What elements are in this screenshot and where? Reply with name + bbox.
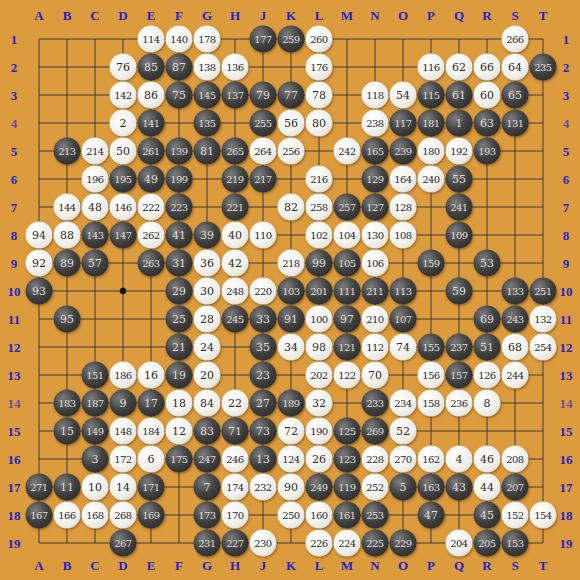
stone-L2-move-176: 176 bbox=[306, 54, 333, 81]
col-label-bottom-B: B bbox=[63, 559, 72, 572]
move-number: 184 bbox=[142, 426, 159, 436]
move-number: 34 bbox=[284, 342, 298, 353]
stone-N10-move-211: 211 bbox=[362, 278, 389, 305]
move-number: 265 bbox=[226, 146, 243, 156]
move-number: 238 bbox=[366, 118, 383, 128]
stone-S1-move-266: 266 bbox=[502, 26, 529, 53]
stone-A9-move-92: 92 bbox=[26, 250, 53, 277]
stone-C14-move-187: 187 bbox=[82, 390, 109, 417]
move-number: 155 bbox=[422, 342, 439, 352]
stone-J5-move-264: 264 bbox=[250, 138, 277, 165]
move-number: 117 bbox=[394, 118, 411, 128]
stone-N4-move-238: 238 bbox=[362, 110, 389, 137]
stone-D14-move-9: 9 bbox=[110, 390, 137, 417]
stone-K1-move-259: 259 bbox=[278, 26, 305, 53]
stone-O17-move-5: 5 bbox=[390, 474, 417, 501]
move-number: 108 bbox=[394, 230, 411, 240]
stone-H16-move-246: 246 bbox=[222, 446, 249, 473]
stone-F10-move-29: 29 bbox=[166, 278, 193, 305]
move-number: 162 bbox=[422, 454, 439, 464]
move-number: 73 bbox=[256, 426, 270, 437]
stone-L15-move-190: 190 bbox=[306, 418, 333, 445]
stone-J16-move-13: 13 bbox=[250, 446, 277, 473]
stone-N12-move-112: 112 bbox=[362, 334, 389, 361]
move-number: 269 bbox=[366, 426, 383, 436]
row-label-left-16: 16 bbox=[8, 453, 21, 466]
move-number: 40 bbox=[228, 230, 242, 241]
move-number: 266 bbox=[506, 34, 523, 44]
move-number: 202 bbox=[310, 370, 327, 380]
move-number: 46 bbox=[480, 454, 494, 465]
move-number: 15 bbox=[60, 426, 74, 437]
col-label-bottom-F: F bbox=[175, 559, 183, 572]
stone-Q3-move-61: 61 bbox=[446, 82, 473, 109]
stone-Q17-move-43: 43 bbox=[446, 474, 473, 501]
stone-M16-move-123: 123 bbox=[334, 446, 361, 473]
stone-M15-move-125: 125 bbox=[334, 418, 361, 445]
move-number: 219 bbox=[226, 174, 243, 184]
move-number: 13 bbox=[256, 454, 270, 465]
stone-O11-move-107: 107 bbox=[390, 306, 417, 333]
stone-D6-move-195: 195 bbox=[110, 166, 137, 193]
stone-G13-move-20: 20 bbox=[194, 362, 221, 389]
stone-G5-move-81: 81 bbox=[194, 138, 221, 165]
row-label-left-7: 7 bbox=[11, 201, 18, 214]
move-number: 152 bbox=[506, 510, 523, 520]
stone-M13-move-122: 122 bbox=[334, 362, 361, 389]
move-number: 217 bbox=[254, 174, 271, 184]
stone-D5-move-50: 50 bbox=[110, 138, 137, 165]
move-number: 82 bbox=[284, 202, 298, 213]
move-number: 208 bbox=[506, 454, 523, 464]
stone-D3-move-142: 142 bbox=[110, 82, 137, 109]
row-label-right-18: 18 bbox=[560, 509, 573, 522]
move-number: 143 bbox=[86, 230, 103, 240]
stone-G3-move-145: 145 bbox=[194, 82, 221, 109]
move-number: 218 bbox=[282, 258, 299, 268]
stone-L16-move-26: 26 bbox=[306, 446, 333, 473]
stone-D4-move-2: 2 bbox=[110, 110, 137, 137]
move-number: 60 bbox=[480, 90, 494, 101]
stone-S3-move-65: 65 bbox=[502, 82, 529, 109]
move-number: 41 bbox=[172, 230, 186, 241]
col-label-top-O: O bbox=[398, 9, 408, 22]
stone-Q4-move-1: 1 bbox=[446, 110, 473, 137]
stone-O8-move-108: 108 bbox=[390, 222, 417, 249]
move-number: 271 bbox=[30, 482, 47, 492]
go-board: AABBCCDDEEFFGGHHJJKKLLMMNNOOPPQQRRSSTT11… bbox=[0, 0, 580, 580]
row-label-right-6: 6 bbox=[563, 173, 570, 186]
move-number: 53 bbox=[480, 258, 494, 269]
move-number: 131 bbox=[506, 118, 523, 128]
move-number: 142 bbox=[114, 90, 131, 100]
move-number: 193 bbox=[478, 146, 495, 156]
stone-E1-move-114: 114 bbox=[138, 26, 165, 53]
stone-K18-move-250: 250 bbox=[278, 502, 305, 529]
move-number: 81 bbox=[200, 146, 214, 157]
col-label-top-N: N bbox=[370, 9, 379, 22]
move-number: 76 bbox=[116, 62, 130, 73]
row-label-right-10: 10 bbox=[560, 285, 573, 298]
move-number: 166 bbox=[58, 510, 75, 520]
move-number: 6 bbox=[148, 454, 155, 465]
move-number: 103 bbox=[282, 286, 299, 296]
move-number: 92 bbox=[32, 258, 46, 269]
stone-F5-move-139: 139 bbox=[166, 138, 193, 165]
stone-J4-move-255: 255 bbox=[250, 110, 277, 137]
move-number: 86 bbox=[144, 90, 158, 101]
stone-K14-move-189: 189 bbox=[278, 390, 305, 417]
stone-L18-move-160: 160 bbox=[306, 502, 333, 529]
stone-P17-move-163: 163 bbox=[418, 474, 445, 501]
move-number: 63 bbox=[480, 118, 494, 129]
move-number: 248 bbox=[226, 286, 243, 296]
stone-S12-move-68: 68 bbox=[502, 334, 529, 361]
stone-H19-move-227: 227 bbox=[222, 530, 249, 557]
stone-N15-move-269: 269 bbox=[362, 418, 389, 445]
stone-S11-move-243: 243 bbox=[502, 306, 529, 333]
move-number: 177 bbox=[254, 34, 271, 44]
stone-J12-move-35: 35 bbox=[250, 334, 277, 361]
move-number: 249 bbox=[310, 482, 327, 492]
move-number: 201 bbox=[310, 286, 327, 296]
move-number: 247 bbox=[198, 454, 215, 464]
row-label-right-14: 14 bbox=[560, 397, 573, 410]
col-label-bottom-L: L bbox=[315, 559, 324, 572]
move-number: 39 bbox=[200, 230, 214, 241]
stone-F15-move-12: 12 bbox=[166, 418, 193, 445]
stone-D17-move-14: 14 bbox=[110, 474, 137, 501]
stone-G14-move-84: 84 bbox=[194, 390, 221, 417]
stone-N16-move-228: 228 bbox=[362, 446, 389, 473]
row-label-left-2: 2 bbox=[11, 61, 18, 74]
stone-R16-move-46: 46 bbox=[474, 446, 501, 473]
move-number: 260 bbox=[310, 34, 327, 44]
move-number: 146 bbox=[114, 202, 131, 212]
move-number: 16 bbox=[144, 370, 158, 381]
move-number: 174 bbox=[226, 482, 243, 492]
move-number: 163 bbox=[422, 482, 439, 492]
stone-C8-move-143: 143 bbox=[82, 222, 109, 249]
stone-T2-move-235: 235 bbox=[530, 54, 557, 81]
stone-R13-move-126: 126 bbox=[474, 362, 501, 389]
stone-M7-move-257: 257 bbox=[334, 194, 361, 221]
stone-N9-move-106: 106 bbox=[362, 250, 389, 277]
stone-N19-move-225: 225 bbox=[362, 530, 389, 557]
stone-O14-move-234: 234 bbox=[390, 390, 417, 417]
move-number: 59 bbox=[452, 286, 466, 297]
stone-N11-move-210: 210 bbox=[362, 306, 389, 333]
stone-L11-move-100: 100 bbox=[306, 306, 333, 333]
stone-M18-move-161: 161 bbox=[334, 502, 361, 529]
move-number: 115 bbox=[422, 90, 439, 100]
stone-N3-move-118: 118 bbox=[362, 82, 389, 109]
stone-G18-move-173: 173 bbox=[194, 502, 221, 529]
stone-O3-move-54: 54 bbox=[390, 82, 417, 109]
stone-H6-move-219: 219 bbox=[222, 166, 249, 193]
stone-K11-move-91: 91 bbox=[278, 306, 305, 333]
move-number: 153 bbox=[506, 538, 523, 548]
stone-T10-move-251: 251 bbox=[530, 278, 557, 305]
row-label-left-9: 9 bbox=[11, 257, 18, 270]
move-number: 119 bbox=[338, 482, 355, 492]
row-label-left-13: 13 bbox=[8, 369, 21, 382]
stone-R9-move-53: 53 bbox=[474, 250, 501, 277]
move-number: 213 bbox=[58, 146, 75, 156]
move-number: 30 bbox=[200, 286, 214, 297]
move-number: 211 bbox=[366, 286, 383, 296]
move-number: 130 bbox=[366, 230, 383, 240]
col-label-top-B: B bbox=[63, 9, 72, 22]
row-label-left-3: 3 bbox=[11, 89, 18, 102]
move-number: 189 bbox=[282, 398, 299, 408]
move-number: 7 bbox=[204, 482, 211, 493]
stone-M19-move-224: 224 bbox=[334, 530, 361, 557]
move-number: 5 bbox=[400, 482, 407, 493]
move-number: 54 bbox=[396, 90, 410, 101]
stone-N8-move-130: 130 bbox=[362, 222, 389, 249]
stone-O19-move-229: 229 bbox=[390, 530, 417, 557]
stone-F14-move-18: 18 bbox=[166, 390, 193, 417]
move-number: 1 bbox=[456, 118, 463, 129]
move-number: 56 bbox=[284, 118, 298, 129]
stone-D16-move-172: 172 bbox=[110, 446, 137, 473]
col-label-top-M: M bbox=[341, 9, 353, 22]
move-number: 112 bbox=[366, 342, 383, 352]
move-number: 214 bbox=[86, 146, 103, 156]
row-label-right-8: 8 bbox=[563, 229, 570, 242]
move-number: 236 bbox=[450, 398, 467, 408]
stone-K16-move-124: 124 bbox=[278, 446, 305, 473]
move-number: 190 bbox=[310, 426, 327, 436]
move-number: 14 bbox=[116, 482, 130, 493]
row-label-left-19: 19 bbox=[8, 537, 21, 550]
col-label-bottom-H: H bbox=[230, 559, 240, 572]
stone-N17-move-252: 252 bbox=[362, 474, 389, 501]
move-number: 100 bbox=[310, 314, 327, 324]
stone-M11-move-97: 97 bbox=[334, 306, 361, 333]
move-number: 226 bbox=[310, 538, 327, 548]
stone-D8-move-147: 147 bbox=[110, 222, 137, 249]
stone-R11-move-69: 69 bbox=[474, 306, 501, 333]
move-number: 12 bbox=[172, 426, 186, 437]
stone-G4-move-135: 135 bbox=[194, 110, 221, 137]
move-number: 50 bbox=[116, 146, 130, 157]
stone-L1-move-260: 260 bbox=[306, 26, 333, 53]
stone-C13-move-151: 151 bbox=[82, 362, 109, 389]
move-number: 224 bbox=[338, 538, 355, 548]
move-number: 176 bbox=[310, 62, 327, 72]
move-number: 245 bbox=[226, 314, 243, 324]
stone-J19-move-230: 230 bbox=[250, 530, 277, 557]
row-label-left-6: 6 bbox=[11, 173, 18, 186]
move-number: 68 bbox=[508, 342, 522, 353]
stone-P6-move-240: 240 bbox=[418, 166, 445, 193]
col-label-top-G: G bbox=[202, 9, 212, 22]
stone-H10-move-248: 248 bbox=[222, 278, 249, 305]
move-number: 116 bbox=[422, 62, 439, 72]
stone-Q19-move-204: 204 bbox=[446, 530, 473, 557]
stone-G11-move-28: 28 bbox=[194, 306, 221, 333]
stone-S18-move-152: 152 bbox=[502, 502, 529, 529]
row-label-right-12: 12 bbox=[560, 341, 573, 354]
move-number: 75 bbox=[172, 90, 186, 101]
move-number: 109 bbox=[450, 230, 467, 240]
stone-N14-move-233: 233 bbox=[362, 390, 389, 417]
stone-E15-move-184: 184 bbox=[138, 418, 165, 445]
stone-H7-move-221: 221 bbox=[222, 194, 249, 221]
stone-F6-move-199: 199 bbox=[166, 166, 193, 193]
move-number: 232 bbox=[254, 482, 271, 492]
move-number: 144 bbox=[58, 202, 75, 212]
move-number: 158 bbox=[422, 398, 439, 408]
move-number: 270 bbox=[394, 454, 411, 464]
move-number: 173 bbox=[198, 510, 215, 520]
move-number: 9 bbox=[120, 398, 127, 409]
stone-R17-move-44: 44 bbox=[474, 474, 501, 501]
stone-J6-move-217: 217 bbox=[250, 166, 277, 193]
stone-F9-move-31: 31 bbox=[166, 250, 193, 277]
stone-B7-move-144: 144 bbox=[54, 194, 81, 221]
move-number: 128 bbox=[394, 202, 411, 212]
row-label-left-4: 4 bbox=[11, 117, 18, 130]
stone-Q5-move-192: 192 bbox=[446, 138, 473, 165]
move-number: 20 bbox=[200, 370, 214, 381]
move-number: 262 bbox=[142, 230, 159, 240]
move-number: 31 bbox=[172, 258, 186, 269]
move-number: 17 bbox=[144, 398, 158, 409]
stone-L3-move-78: 78 bbox=[306, 82, 333, 109]
move-number: 132 bbox=[534, 314, 551, 324]
move-number: 165 bbox=[366, 146, 383, 156]
col-label-bottom-E: E bbox=[147, 559, 156, 572]
stone-L17-move-249: 249 bbox=[306, 474, 333, 501]
stone-M12-move-121: 121 bbox=[334, 334, 361, 361]
stone-G15-move-83: 83 bbox=[194, 418, 221, 445]
stone-H2-move-136: 136 bbox=[222, 54, 249, 81]
move-number: 91 bbox=[284, 314, 298, 325]
move-number: 79 bbox=[256, 90, 270, 101]
stone-R5-move-193: 193 bbox=[474, 138, 501, 165]
stone-C16-move-3: 3 bbox=[82, 446, 109, 473]
move-number: 123 bbox=[338, 454, 355, 464]
stone-C7-move-48: 48 bbox=[82, 194, 109, 221]
stone-E18-move-169: 169 bbox=[138, 502, 165, 529]
row-label-left-18: 18 bbox=[8, 509, 21, 522]
stone-E4-move-141: 141 bbox=[138, 110, 165, 137]
move-number: 74 bbox=[396, 342, 410, 353]
move-number: 220 bbox=[254, 286, 271, 296]
move-number: 106 bbox=[366, 258, 383, 268]
stone-H18-move-170: 170 bbox=[222, 502, 249, 529]
row-label-right-15: 15 bbox=[560, 425, 573, 438]
move-number: 222 bbox=[142, 202, 159, 212]
stone-S16-move-208: 208 bbox=[502, 446, 529, 473]
col-label-top-S: S bbox=[511, 9, 518, 22]
stone-G10-move-30: 30 bbox=[194, 278, 221, 305]
col-label-bottom-N: N bbox=[370, 559, 379, 572]
move-number: 186 bbox=[114, 370, 131, 380]
stone-D2-move-76: 76 bbox=[110, 54, 137, 81]
stone-P2-move-116: 116 bbox=[418, 54, 445, 81]
col-label-bottom-S: S bbox=[511, 559, 518, 572]
col-label-bottom-C: C bbox=[90, 559, 99, 572]
stone-P3-move-115: 115 bbox=[418, 82, 445, 109]
move-number: 135 bbox=[198, 118, 215, 128]
move-number: 145 bbox=[198, 90, 215, 100]
move-number: 195 bbox=[114, 174, 131, 184]
stone-L6-move-216: 216 bbox=[306, 166, 333, 193]
col-label-bottom-A: A bbox=[34, 559, 43, 572]
move-number: 168 bbox=[86, 510, 103, 520]
move-number: 228 bbox=[366, 454, 383, 464]
move-number: 94 bbox=[32, 230, 46, 241]
move-number: 256 bbox=[282, 146, 299, 156]
stone-Q10-move-59: 59 bbox=[446, 278, 473, 305]
move-number: 235 bbox=[534, 62, 551, 72]
col-label-top-D: D bbox=[118, 9, 127, 22]
stone-S17-move-207: 207 bbox=[502, 474, 529, 501]
col-label-bottom-R: R bbox=[482, 559, 491, 572]
stone-F8-move-41: 41 bbox=[166, 222, 193, 249]
stone-L4-move-80: 80 bbox=[306, 110, 333, 137]
move-number: 8 bbox=[484, 398, 491, 409]
move-number: 47 bbox=[424, 510, 438, 521]
stone-T12-move-254: 254 bbox=[530, 334, 557, 361]
stone-P13-move-156: 156 bbox=[418, 362, 445, 389]
stone-H14-move-22: 22 bbox=[222, 390, 249, 417]
move-number: 118 bbox=[366, 90, 383, 100]
stone-F16-move-175: 175 bbox=[166, 446, 193, 473]
move-number: 268 bbox=[114, 510, 131, 520]
move-number: 225 bbox=[366, 538, 383, 548]
move-number: 141 bbox=[142, 118, 159, 128]
stone-J8-move-110: 110 bbox=[250, 222, 277, 249]
col-label-top-R: R bbox=[482, 9, 491, 22]
stone-J3-move-79: 79 bbox=[250, 82, 277, 109]
move-number: 133 bbox=[506, 286, 523, 296]
stone-F1-move-140: 140 bbox=[166, 26, 193, 53]
move-number: 210 bbox=[366, 314, 383, 324]
row-label-right-4: 4 bbox=[563, 117, 570, 130]
stone-O16-move-270: 270 bbox=[390, 446, 417, 473]
move-number: 154 bbox=[534, 510, 551, 520]
move-number: 48 bbox=[88, 202, 102, 213]
move-number: 64 bbox=[508, 62, 522, 73]
stone-L10-move-201: 201 bbox=[306, 278, 333, 305]
row-label-left-17: 17 bbox=[8, 481, 21, 494]
stone-Q8-move-109: 109 bbox=[446, 222, 473, 249]
stone-E9-move-263: 263 bbox=[138, 250, 165, 277]
move-number: 85 bbox=[144, 62, 158, 73]
move-number: 21 bbox=[172, 342, 186, 353]
stone-G2-move-138: 138 bbox=[194, 54, 221, 81]
stone-H17-move-174: 174 bbox=[222, 474, 249, 501]
move-number: 80 bbox=[312, 118, 326, 129]
stone-B8-move-88: 88 bbox=[54, 222, 81, 249]
stone-M9-move-105: 105 bbox=[334, 250, 361, 277]
move-number: 32 bbox=[312, 398, 326, 409]
move-number: 84 bbox=[200, 398, 214, 409]
move-number: 140 bbox=[170, 34, 187, 44]
move-number: 243 bbox=[506, 314, 523, 324]
col-label-top-H: H bbox=[230, 9, 240, 22]
stone-R4-move-63: 63 bbox=[474, 110, 501, 137]
stone-H15-move-71: 71 bbox=[222, 418, 249, 445]
move-number: 29 bbox=[172, 286, 186, 297]
stone-P5-move-180: 180 bbox=[418, 138, 445, 165]
move-number: 223 bbox=[170, 202, 187, 212]
